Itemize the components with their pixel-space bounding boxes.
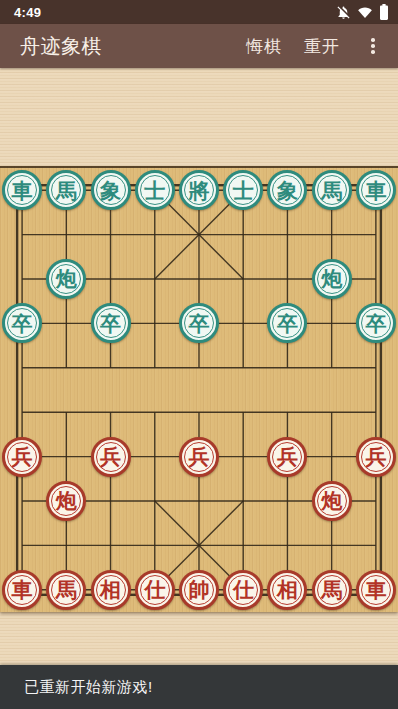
board-point: 兵: [0, 434, 44, 478]
wifi-icon: [357, 5, 373, 19]
board-point: 炮: [310, 257, 354, 301]
piece-black-chariot[interactable]: 車: [356, 170, 396, 210]
intersections: 車馬象士將士象馬車炮炮卒卒卒卒卒兵兵兵兵兵炮炮車馬相仕帥仕相馬車: [0, 168, 398, 612]
status-bar: 4:49: [0, 0, 398, 24]
piece-black-general[interactable]: 將: [179, 170, 219, 210]
piece-black-horse[interactable]: 馬: [46, 170, 86, 210]
piece-black-advisor[interactable]: 士: [135, 170, 175, 210]
page-title: 舟迹象棋: [20, 33, 102, 60]
board-point: 炮: [310, 479, 354, 523]
piece-black-soldier[interactable]: 卒: [179, 303, 219, 343]
piece-red-cannon[interactable]: 炮: [46, 481, 86, 521]
board-point: 馬: [44, 568, 88, 612]
overflow-menu-icon[interactable]: [360, 30, 386, 62]
piece-black-advisor[interactable]: 士: [223, 170, 263, 210]
board-point: 相: [265, 568, 309, 612]
board-point: 馬: [310, 168, 354, 212]
piece-red-chariot[interactable]: 車: [356, 570, 396, 610]
board-point: 馬: [310, 568, 354, 612]
notifications-off-icon: [336, 5, 351, 20]
piece-black-cannon[interactable]: 炮: [312, 259, 352, 299]
board-point: 車: [0, 568, 44, 612]
restart-game-button[interactable]: 重开: [298, 29, 346, 64]
board-point: 象: [265, 168, 309, 212]
piece-red-horse[interactable]: 馬: [312, 570, 352, 610]
piece-red-chariot[interactable]: 車: [2, 570, 42, 610]
piece-red-horse[interactable]: 馬: [46, 570, 86, 610]
piece-red-cannon[interactable]: 炮: [312, 481, 352, 521]
board-point: 卒: [354, 301, 398, 345]
board-point: 卒: [88, 301, 132, 345]
snackbar: 已重新开始新游戏!: [0, 665, 398, 709]
piece-black-soldier[interactable]: 卒: [356, 303, 396, 343]
piece-black-chariot[interactable]: 車: [2, 170, 42, 210]
piece-red-soldier[interactable]: 兵: [2, 437, 42, 477]
piece-red-advisor[interactable]: 仕: [135, 570, 175, 610]
app-bar: 舟迹象棋 悔棋 重开: [0, 24, 398, 68]
board-point: 卒: [0, 301, 44, 345]
piece-black-soldier[interactable]: 卒: [91, 303, 131, 343]
board-point: 士: [221, 168, 265, 212]
status-icons: [336, 4, 389, 20]
piece-red-general[interactable]: 帥: [179, 570, 219, 610]
board-point: 兵: [265, 434, 309, 478]
clock: 4:49: [14, 5, 41, 20]
board-point: 士: [133, 168, 177, 212]
board-point: 象: [88, 168, 132, 212]
piece-red-elephant[interactable]: 相: [267, 570, 307, 610]
board-point: 相: [88, 568, 132, 612]
piece-red-advisor[interactable]: 仕: [223, 570, 263, 610]
board-point: 車: [0, 168, 44, 212]
piece-red-soldier[interactable]: 兵: [267, 437, 307, 477]
piece-black-cannon[interactable]: 炮: [46, 259, 86, 299]
piece-black-soldier[interactable]: 卒: [2, 303, 42, 343]
piece-red-soldier[interactable]: 兵: [179, 437, 219, 477]
board-point: 兵: [88, 434, 132, 478]
app-bar-actions: 悔棋 重开: [240, 29, 386, 64]
piece-black-horse[interactable]: 馬: [312, 170, 352, 210]
piece-black-soldier[interactable]: 卒: [267, 303, 307, 343]
battery-icon: [379, 4, 389, 20]
board-point: 卒: [265, 301, 309, 345]
undo-move-button[interactable]: 悔棋: [240, 29, 288, 64]
board-point: 車: [354, 168, 398, 212]
board-point: 炮: [44, 257, 88, 301]
board-point: 仕: [133, 568, 177, 612]
board-point: 卒: [177, 301, 221, 345]
board-point: 仕: [221, 568, 265, 612]
xiangqi-board[interactable]: 車馬象士將士象馬車炮炮卒卒卒卒卒兵兵兵兵兵炮炮車馬相仕帥仕相馬車: [0, 166, 398, 612]
piece-red-soldier[interactable]: 兵: [356, 437, 396, 477]
board-point: 帥: [177, 568, 221, 612]
board-point: 馬: [44, 168, 88, 212]
piece-black-elephant[interactable]: 象: [267, 170, 307, 210]
board-point: 兵: [354, 434, 398, 478]
board-point: 車: [354, 568, 398, 612]
board-point: 兵: [177, 434, 221, 478]
board-point: 將: [177, 168, 221, 212]
piece-red-soldier[interactable]: 兵: [91, 437, 131, 477]
app-screen: 4:49 舟迹象棋 悔棋: [0, 0, 398, 709]
snackbar-message: 已重新开始新游戏!: [24, 678, 153, 697]
piece-red-elephant[interactable]: 相: [91, 570, 131, 610]
piece-black-elephant[interactable]: 象: [91, 170, 131, 210]
board-point: 炮: [44, 479, 88, 523]
